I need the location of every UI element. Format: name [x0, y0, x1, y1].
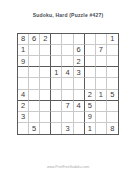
sudoku-cell-r3c5[interactable]	[62, 56, 73, 67]
sudoku-cell-r7c5[interactable]: 7	[62, 101, 73, 112]
sudoku-cell-r3c6[interactable]: 2	[74, 56, 85, 67]
sudoku-cell-r4c7[interactable]	[85, 67, 96, 78]
sudoku-board: 86211679214342152745395318	[17, 33, 119, 135]
footer-url: www.PrintFreeSudoku.com	[0, 165, 136, 169]
sudoku-cell-r3c9[interactable]	[107, 56, 118, 67]
sudoku-cell-r1c8[interactable]	[96, 34, 107, 45]
sudoku-cell-r9c3[interactable]	[40, 123, 51, 134]
sudoku-page: Sudoku, Hard (Puzzle #427) 8621167921434…	[0, 0, 136, 176]
sudoku-cell-r7c9[interactable]	[107, 101, 118, 112]
sudoku-cell-r7c3[interactable]	[40, 101, 51, 112]
sudoku-cell-r8c6[interactable]	[74, 112, 85, 123]
sudoku-cell-r6c6[interactable]	[74, 90, 85, 101]
sudoku-cell-r9c4[interactable]	[51, 123, 62, 134]
sudoku-cell-r5c1[interactable]	[18, 78, 29, 89]
sudoku-cell-r1c4[interactable]	[51, 34, 62, 45]
sudoku-cell-r5c4[interactable]	[51, 78, 62, 89]
sudoku-cell-r6c1[interactable]: 4	[18, 90, 29, 101]
sudoku-cell-r4c4[interactable]: 1	[51, 67, 62, 78]
sudoku-cell-r6c3[interactable]	[40, 90, 51, 101]
sudoku-cell-r3c1[interactable]: 9	[18, 56, 29, 67]
sudoku-cell-r4c9[interactable]	[107, 67, 118, 78]
sudoku-cell-r3c3[interactable]	[40, 56, 51, 67]
sudoku-cell-r4c5[interactable]: 4	[62, 67, 73, 78]
sudoku-cell-r2c3[interactable]	[40, 45, 51, 56]
sudoku-cell-r9c9[interactable]: 8	[107, 123, 118, 134]
sudoku-cell-r9c5[interactable]: 3	[62, 123, 73, 134]
sudoku-cell-r8c3[interactable]	[40, 112, 51, 123]
sudoku-cell-r4c8[interactable]	[96, 67, 107, 78]
sudoku-cell-r2c1[interactable]: 1	[18, 45, 29, 56]
sudoku-cell-r8c4[interactable]	[51, 112, 62, 123]
sudoku-cell-r8c9[interactable]	[107, 112, 118, 123]
sudoku-cell-r2c5[interactable]	[62, 45, 73, 56]
sudoku-cell-r1c6[interactable]	[74, 34, 85, 45]
sudoku-cell-r8c5[interactable]	[62, 112, 73, 123]
sudoku-cell-r9c2[interactable]: 5	[29, 123, 40, 134]
sudoku-cell-r1c1[interactable]: 8	[18, 34, 29, 45]
sudoku-cell-r9c1[interactable]	[18, 123, 29, 134]
sudoku-cell-r5c2[interactable]	[29, 78, 40, 89]
sudoku-cell-r6c8[interactable]: 1	[96, 90, 107, 101]
sudoku-cell-r9c7[interactable]: 1	[85, 123, 96, 134]
sudoku-cell-r4c1[interactable]	[18, 67, 29, 78]
sudoku-cell-r8c7[interactable]: 9	[85, 112, 96, 123]
sudoku-cell-r6c5[interactable]	[62, 90, 73, 101]
sudoku-cell-r5c9[interactable]	[107, 78, 118, 89]
sudoku-cell-r6c4[interactable]	[51, 90, 62, 101]
sudoku-cell-r3c7[interactable]	[85, 56, 96, 67]
sudoku-cell-r3c8[interactable]	[96, 56, 107, 67]
sudoku-cell-r1c7[interactable]	[85, 34, 96, 45]
sudoku-cell-r4c6[interactable]: 3	[74, 67, 85, 78]
sudoku-cell-r3c2[interactable]	[29, 56, 40, 67]
sudoku-cell-r1c3[interactable]: 2	[40, 34, 51, 45]
sudoku-cell-r5c6[interactable]	[74, 78, 85, 89]
sudoku-cell-r5c3[interactable]	[40, 78, 51, 89]
sudoku-cell-r4c2[interactable]	[29, 67, 40, 78]
sudoku-cell-r7c6[interactable]: 4	[74, 101, 85, 112]
sudoku-cell-r2c8[interactable]: 7	[96, 45, 107, 56]
sudoku-cell-r7c4[interactable]	[51, 101, 62, 112]
sudoku-cell-r7c1[interactable]: 2	[18, 101, 29, 112]
sudoku-cell-r6c7[interactable]: 2	[85, 90, 96, 101]
sudoku-cell-r6c9[interactable]: 5	[107, 90, 118, 101]
sudoku-cell-r2c4[interactable]	[51, 45, 62, 56]
sudoku-cell-r1c5[interactable]	[62, 34, 73, 45]
sudoku-cell-r6c2[interactable]	[29, 90, 40, 101]
sudoku-cell-r1c9[interactable]: 1	[107, 34, 118, 45]
sudoku-cell-r8c2[interactable]	[29, 112, 40, 123]
sudoku-cell-r8c1[interactable]: 3	[18, 112, 29, 123]
sudoku-cell-r7c7[interactable]: 5	[85, 101, 96, 112]
sudoku-cell-r1c2[interactable]: 6	[29, 34, 40, 45]
sudoku-cell-r3c4[interactable]	[51, 56, 62, 67]
page-title: Sudoku, Hard (Puzzle #427)	[0, 12, 136, 18]
sudoku-cell-r2c6[interactable]: 6	[74, 45, 85, 56]
sudoku-cell-r5c8[interactable]	[96, 78, 107, 89]
sudoku-cell-r2c7[interactable]	[85, 45, 96, 56]
sudoku-cell-r9c6[interactable]	[74, 123, 85, 134]
sudoku-cell-r4c3[interactable]	[40, 67, 51, 78]
sudoku-cell-r9c8[interactable]	[96, 123, 107, 134]
sudoku-cell-r7c2[interactable]	[29, 101, 40, 112]
sudoku-cell-r2c2[interactable]	[29, 45, 40, 56]
sudoku-cell-r5c7[interactable]	[85, 78, 96, 89]
sudoku-cell-r8c8[interactable]	[96, 112, 107, 123]
sudoku-cell-r2c9[interactable]	[107, 45, 118, 56]
sudoku-cell-r5c5[interactable]	[62, 78, 73, 89]
sudoku-cell-r7c8[interactable]	[96, 101, 107, 112]
